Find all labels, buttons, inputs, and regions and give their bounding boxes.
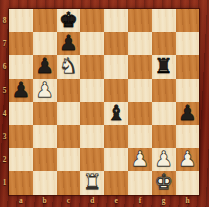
square-c3[interactable] bbox=[57, 125, 81, 148]
square-h1[interactable] bbox=[176, 171, 200, 194]
square-d1[interactable]: ♜ bbox=[80, 171, 104, 194]
square-h3[interactable] bbox=[176, 125, 200, 148]
white-pawn: ♟ bbox=[35, 79, 54, 100]
square-e6[interactable] bbox=[104, 55, 128, 78]
square-b8[interactable] bbox=[33, 9, 57, 32]
square-g8[interactable] bbox=[152, 9, 176, 32]
square-b2[interactable] bbox=[33, 148, 57, 171]
square-a5[interactable]: ♟ bbox=[9, 79, 33, 102]
black-pawn: ♟ bbox=[59, 33, 78, 54]
square-e5[interactable] bbox=[104, 79, 128, 102]
black-bishop: ♝ bbox=[107, 102, 126, 123]
file-label-h: h bbox=[176, 195, 200, 207]
square-h4[interactable]: ♟ bbox=[176, 102, 200, 125]
square-d8[interactable] bbox=[80, 9, 104, 32]
square-h6[interactable] bbox=[176, 55, 200, 78]
square-b5[interactable]: ♟ bbox=[33, 79, 57, 102]
square-g3[interactable] bbox=[152, 125, 176, 148]
file-labels: abcdefgh bbox=[9, 195, 199, 207]
white-rook: ♜ bbox=[83, 172, 102, 193]
white-king: ♚ bbox=[154, 172, 173, 193]
square-g5[interactable] bbox=[152, 79, 176, 102]
file-label-g: g bbox=[152, 195, 176, 207]
square-b7[interactable] bbox=[33, 32, 57, 55]
square-h2[interactable]: ♟ bbox=[176, 148, 200, 171]
square-f4[interactable] bbox=[128, 102, 152, 125]
square-e1[interactable] bbox=[104, 171, 128, 194]
square-b4[interactable] bbox=[33, 102, 57, 125]
rank-label-6: 6 bbox=[0, 55, 9, 78]
square-a4[interactable] bbox=[9, 102, 33, 125]
black-pawn: ♟ bbox=[11, 79, 30, 100]
rank-label-1: 1 bbox=[0, 171, 9, 194]
black-king: ♚ bbox=[59, 10, 78, 31]
chess-board: ♚♟♟♞♜♟♟♝♟♟♟♟♜♚ bbox=[9, 9, 199, 195]
square-f2[interactable]: ♟ bbox=[128, 148, 152, 171]
file-label-c: c bbox=[57, 195, 81, 207]
square-c5[interactable] bbox=[57, 79, 81, 102]
rank-labels: 87654321 bbox=[0, 9, 9, 195]
white-knight: ♞ bbox=[59, 56, 78, 77]
square-d2[interactable] bbox=[80, 148, 104, 171]
square-d4[interactable] bbox=[80, 102, 104, 125]
square-d3[interactable] bbox=[80, 125, 104, 148]
square-a2[interactable] bbox=[9, 148, 33, 171]
square-b3[interactable] bbox=[33, 125, 57, 148]
square-c2[interactable] bbox=[57, 148, 81, 171]
file-label-a: a bbox=[9, 195, 33, 207]
square-g7[interactable] bbox=[152, 32, 176, 55]
square-a3[interactable] bbox=[9, 125, 33, 148]
square-c8[interactable]: ♚ bbox=[57, 9, 81, 32]
square-g4[interactable] bbox=[152, 102, 176, 125]
square-e7[interactable] bbox=[104, 32, 128, 55]
square-d5[interactable] bbox=[80, 79, 104, 102]
square-a7[interactable] bbox=[9, 32, 33, 55]
square-e3[interactable] bbox=[104, 125, 128, 148]
square-f8[interactable] bbox=[128, 9, 152, 32]
square-f6[interactable] bbox=[128, 55, 152, 78]
white-pawn: ♟ bbox=[130, 149, 149, 170]
black-rook: ♜ bbox=[154, 56, 173, 77]
black-pawn: ♟ bbox=[178, 102, 197, 123]
square-g2[interactable]: ♟ bbox=[152, 148, 176, 171]
rank-label-2: 2 bbox=[0, 148, 9, 171]
white-pawn: ♟ bbox=[154, 149, 173, 170]
square-f7[interactable] bbox=[128, 32, 152, 55]
square-g1[interactable]: ♚ bbox=[152, 171, 176, 194]
file-label-b: b bbox=[33, 195, 57, 207]
rank-label-3: 3 bbox=[0, 125, 9, 148]
square-e4[interactable]: ♝ bbox=[104, 102, 128, 125]
black-pawn: ♟ bbox=[35, 56, 54, 77]
white-pawn: ♟ bbox=[178, 149, 197, 170]
square-d6[interactable] bbox=[80, 55, 104, 78]
rank-label-5: 5 bbox=[0, 79, 9, 102]
square-e2[interactable] bbox=[104, 148, 128, 171]
square-f5[interactable] bbox=[128, 79, 152, 102]
square-a8[interactable] bbox=[9, 9, 33, 32]
square-f3[interactable] bbox=[128, 125, 152, 148]
file-label-e: e bbox=[104, 195, 128, 207]
square-d7[interactable] bbox=[80, 32, 104, 55]
rank-label-8: 8 bbox=[0, 9, 9, 32]
square-f1[interactable] bbox=[128, 171, 152, 194]
square-h5[interactable] bbox=[176, 79, 200, 102]
chess-board-frame: 87654321 abcdefgh ♚♟♟♞♜♟♟♝♟♟♟♟♜♚ bbox=[0, 0, 209, 207]
square-b6[interactable]: ♟ bbox=[33, 55, 57, 78]
square-c1[interactable] bbox=[57, 171, 81, 194]
square-h7[interactable] bbox=[176, 32, 200, 55]
square-g6[interactable]: ♜ bbox=[152, 55, 176, 78]
file-label-f: f bbox=[128, 195, 152, 207]
square-h8[interactable] bbox=[176, 9, 200, 32]
square-b1[interactable] bbox=[33, 171, 57, 194]
rank-label-4: 4 bbox=[0, 102, 9, 125]
square-e8[interactable] bbox=[104, 9, 128, 32]
square-a6[interactable] bbox=[9, 55, 33, 78]
square-c6[interactable]: ♞ bbox=[57, 55, 81, 78]
square-c7[interactable]: ♟ bbox=[57, 32, 81, 55]
square-a1[interactable] bbox=[9, 171, 33, 194]
rank-label-7: 7 bbox=[0, 32, 9, 55]
square-c4[interactable] bbox=[57, 102, 81, 125]
file-label-d: d bbox=[80, 195, 104, 207]
